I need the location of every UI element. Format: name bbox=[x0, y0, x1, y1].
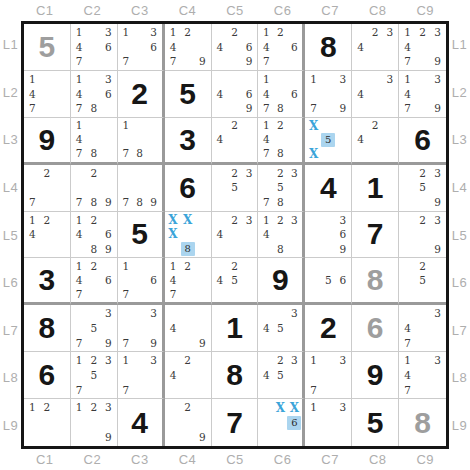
candidate-digit: 1 bbox=[76, 402, 83, 413]
candidate-digit: 4 bbox=[404, 42, 411, 53]
candidate-digit: 4 bbox=[29, 229, 36, 240]
col-label-C1: C1 bbox=[21, 0, 69, 21]
candidate-digit: 4 bbox=[217, 134, 224, 145]
col-label-C3: C3 bbox=[116, 449, 164, 470]
cell-L4C9[interactable]: 2359 bbox=[399, 165, 446, 212]
candidate-digit: 1 bbox=[404, 74, 411, 85]
given-digit: 8 bbox=[24, 305, 70, 351]
candidate-digit: 7 bbox=[310, 385, 317, 396]
row-labels-left: L1L2L3L4L5L6L7L8L9 bbox=[0, 21, 21, 449]
cell-L9C4[interactable]: 29 bbox=[165, 399, 212, 446]
candidate-digit: 5 bbox=[277, 323, 284, 334]
candidate-grid: 345 bbox=[259, 306, 301, 350]
given-digit: 5 bbox=[165, 71, 211, 117]
col-label-C5: C5 bbox=[211, 0, 259, 21]
candidate-grid: 137 bbox=[119, 353, 161, 397]
candidate-digit: 3 bbox=[386, 27, 393, 38]
cell-L7C5[interactable]: 1 bbox=[212, 305, 259, 352]
candidate-digit: 2 bbox=[419, 27, 426, 38]
candidate-digit: 4 bbox=[217, 275, 224, 286]
candidate-grid: 2789 bbox=[72, 166, 116, 210]
candidate-digit: 3 bbox=[386, 74, 393, 85]
cell-L5C1[interactable]: 124 bbox=[24, 212, 71, 259]
candidate-digit: 2 bbox=[90, 402, 97, 413]
candidate-digit: 6 bbox=[105, 275, 112, 286]
given-digit: 9 bbox=[352, 352, 398, 398]
given-digit: 6 bbox=[399, 118, 446, 162]
candidate-grid: 13 bbox=[306, 400, 350, 445]
candidate-digit: 5 bbox=[419, 182, 426, 193]
candidate-digit: 3 bbox=[340, 215, 347, 226]
cell-L1C6[interactable]: 12467 bbox=[258, 24, 305, 71]
cell-L7C2[interactable]: 3579 bbox=[71, 305, 118, 352]
given-digit: 4 bbox=[305, 165, 351, 211]
col-label-C8: C8 bbox=[354, 0, 402, 21]
eliminated-candidate-x-icon: X bbox=[276, 402, 285, 414]
cell-L9C9[interactable]: 8 bbox=[399, 399, 446, 446]
candidate-digit: 3 bbox=[105, 27, 112, 38]
candidate-digit: 6 bbox=[150, 42, 157, 53]
candidate-digit: 6 bbox=[291, 42, 298, 53]
candidate-digit: 1 bbox=[76, 355, 83, 366]
candidate-digit: 2 bbox=[231, 215, 238, 226]
cell-L2C1[interactable]: 147 bbox=[24, 71, 71, 118]
cell-L4C8[interactable]: 1 bbox=[352, 165, 399, 212]
candidate-digit: 8 bbox=[90, 103, 97, 114]
given-digit: 1 bbox=[212, 305, 258, 351]
candidate-digit: 4 bbox=[29, 89, 36, 100]
given-digit: 7 bbox=[352, 212, 398, 258]
candidate-grid: 24 bbox=[353, 119, 397, 161]
candidate-digit: 3 bbox=[150, 27, 157, 38]
candidate-grid: 12 bbox=[25, 400, 69, 445]
given-digit: 2 bbox=[118, 71, 162, 117]
candidate-digit: 5 bbox=[90, 323, 97, 334]
candidate-digit: 4 bbox=[217, 229, 224, 240]
candidate-digit: 3 bbox=[434, 74, 441, 85]
cell-L7C3[interactable]: 379 bbox=[118, 305, 165, 352]
candidate-digit: 6 bbox=[340, 229, 347, 240]
cell-L3C2[interactable]: 1478 bbox=[71, 118, 118, 165]
cell-L4C5[interactable]: 235 bbox=[212, 165, 259, 212]
cell-L2C9[interactable]: 13479 bbox=[399, 71, 446, 118]
cell-L3C6[interactable]: 12478 bbox=[258, 118, 305, 165]
candidate-grid: 27 bbox=[25, 166, 69, 210]
candidate-digit: 9 bbox=[199, 56, 206, 67]
cell-L8C2[interactable]: 12357 bbox=[71, 352, 118, 399]
candidate-grid: 14678 bbox=[259, 72, 301, 116]
candidate-digit: 3 bbox=[105, 308, 112, 319]
candidate-grid: X5X bbox=[306, 119, 350, 161]
given-digit: 6 bbox=[165, 165, 211, 211]
col-label-C9: C9 bbox=[402, 449, 450, 470]
row-label-L4: L4 bbox=[449, 164, 470, 212]
candidate-grid: 147 bbox=[25, 72, 69, 116]
candidate-digit: 7 bbox=[76, 289, 83, 300]
candidate-digit: 1 bbox=[76, 261, 83, 272]
col-label-C2: C2 bbox=[69, 0, 117, 21]
cell-L8C7[interactable]: 137 bbox=[305, 352, 352, 399]
candidate-digit: 1 bbox=[263, 215, 270, 226]
candidate-digit: 4 bbox=[170, 323, 177, 334]
highlighted-candidate: 6 bbox=[287, 416, 301, 430]
candidate-digit: 3 bbox=[246, 168, 253, 179]
col-label-C9: C9 bbox=[402, 0, 450, 21]
candidate-grid: 469 bbox=[213, 72, 257, 116]
candidate-grid: 178 bbox=[119, 119, 161, 161]
candidate-digit: 5 bbox=[277, 370, 284, 381]
cell-L4C6[interactable]: 23578 bbox=[258, 165, 305, 212]
row-label-L8: L8 bbox=[449, 354, 470, 402]
candidate-digit: 7 bbox=[76, 338, 83, 349]
cell-L2C5[interactable]: 469 bbox=[212, 71, 259, 118]
cell-L9C1[interactable]: 12 bbox=[24, 399, 71, 446]
candidate-digit: 7 bbox=[263, 197, 270, 208]
candidate-digit: 4 bbox=[170, 370, 177, 381]
col-label-C6: C6 bbox=[259, 0, 307, 21]
candidate-digit: 2 bbox=[44, 215, 51, 226]
candidate-digit: 3 bbox=[340, 74, 347, 85]
candidate-digit: 2 bbox=[184, 27, 191, 38]
candidate-digit: 1 bbox=[122, 355, 129, 366]
candidate-digit: 1 bbox=[76, 74, 83, 85]
cell-L6C8[interactable]: 8 bbox=[352, 258, 399, 305]
row-label-L1: L1 bbox=[0, 21, 21, 69]
given-digit: 3 bbox=[24, 258, 70, 302]
cell-L2C7[interactable]: 1379 bbox=[305, 71, 352, 118]
candidate-digit: 5 bbox=[419, 275, 426, 286]
given-digit: 8 bbox=[305, 24, 351, 70]
candidate-grid: 1247 bbox=[166, 259, 210, 301]
cell-L6C6[interactable]: 9 bbox=[258, 258, 305, 305]
cell-L5C4[interactable]: XXX8 bbox=[165, 212, 212, 259]
candidate-grid: 1478 bbox=[72, 119, 116, 161]
cell-L8C3[interactable]: 137 bbox=[118, 352, 165, 399]
cell-L8C4[interactable]: 24 bbox=[165, 352, 212, 399]
candidate-digit: 5 bbox=[277, 182, 284, 193]
candidate-digit: 8 bbox=[90, 148, 97, 159]
candidate-grid: 1347 bbox=[400, 353, 445, 397]
col-label-C6: C6 bbox=[259, 449, 307, 470]
row-label-L2: L2 bbox=[0, 69, 21, 117]
candidate-digit: 4 bbox=[263, 323, 270, 334]
cell-L9C2[interactable]: 1239 bbox=[71, 399, 118, 446]
candidate-digit: 2 bbox=[184, 355, 191, 366]
candidate-digit: 4 bbox=[76, 42, 83, 53]
candidate-digit: 3 bbox=[105, 402, 112, 413]
cell-L1C7[interactable]: 8 bbox=[305, 24, 352, 71]
cell-L8C5[interactable]: 8 bbox=[212, 352, 259, 399]
cell-L7C9[interactable]: 347 bbox=[399, 305, 446, 352]
candidate-digit: 7 bbox=[76, 385, 83, 396]
row-label-L3: L3 bbox=[0, 116, 21, 164]
candidate-digit: 7 bbox=[404, 103, 411, 114]
row-label-L8: L8 bbox=[0, 354, 21, 402]
candidate-grid: 239 bbox=[400, 213, 445, 257]
cell-L5C6[interactable]: 12348 bbox=[258, 212, 305, 259]
cell-L1C9[interactable]: 123479 bbox=[399, 24, 446, 71]
cell-L6C9[interactable]: 25 bbox=[399, 258, 446, 305]
cell-L4C1[interactable]: 27 bbox=[24, 165, 71, 212]
candidate-digit: 4 bbox=[76, 229, 83, 240]
candidate-digit: 2 bbox=[277, 27, 284, 38]
candidate-digit: 2 bbox=[44, 168, 51, 179]
cell-L1C4[interactable]: 12479 bbox=[165, 24, 212, 71]
candidate-digit: 4 bbox=[404, 323, 411, 334]
candidate-grid: 137 bbox=[306, 353, 350, 397]
cell-L5C3[interactable]: 5 bbox=[118, 212, 165, 259]
given-digit: 3 bbox=[165, 118, 211, 162]
cell-L5C7[interactable]: 369 bbox=[305, 212, 352, 259]
cell-L4C4[interactable]: 6 bbox=[165, 165, 212, 212]
col-label-C7: C7 bbox=[306, 0, 354, 21]
cell-L4C7[interactable]: 4 bbox=[305, 165, 352, 212]
cell-L2C4[interactable]: 5 bbox=[165, 71, 212, 118]
candidate-digit: 9 bbox=[434, 56, 441, 67]
candidate-digit: 1 bbox=[29, 74, 36, 85]
cell-L1C1[interactable]: 5 bbox=[24, 24, 71, 71]
cell-L8C6[interactable]: 2345 bbox=[258, 352, 305, 399]
candidate-digit: 8 bbox=[277, 197, 284, 208]
candidate-digit: 7 bbox=[263, 56, 270, 67]
candidate-digit: 4 bbox=[357, 134, 364, 145]
cell-L1C8[interactable]: 234 bbox=[352, 24, 399, 71]
candidate-grid: 12467 bbox=[72, 259, 116, 301]
cell-L9C6[interactable]: XX6 bbox=[258, 399, 305, 446]
candidate-grid: 379 bbox=[119, 306, 161, 350]
cell-L9C8[interactable]: 5 bbox=[352, 399, 399, 446]
given-digit: 8 bbox=[212, 352, 258, 398]
candidate-digit: 1 bbox=[310, 355, 317, 366]
given-digit: 7 bbox=[212, 399, 258, 446]
candidate-grid: 24 bbox=[166, 353, 210, 397]
candidate-digit: 9 bbox=[105, 338, 112, 349]
candidate-grid: 12478 bbox=[259, 119, 301, 161]
candidate-grid: 12348 bbox=[259, 213, 301, 257]
candidate-digit: 8 bbox=[90, 244, 97, 255]
cell-L8C9[interactable]: 1347 bbox=[399, 352, 446, 399]
row-label-L5: L5 bbox=[0, 211, 21, 259]
candidate-digit: 4 bbox=[217, 42, 224, 53]
candidate-digit: 8 bbox=[277, 103, 284, 114]
candidate-digit: 2 bbox=[277, 168, 284, 179]
candidate-digit: 3 bbox=[434, 168, 441, 179]
candidate-grid: 1239 bbox=[72, 400, 116, 445]
row-label-L9: L9 bbox=[0, 402, 21, 450]
candidate-grid: 134678 bbox=[72, 72, 116, 116]
col-label-C4: C4 bbox=[164, 0, 212, 21]
eliminated-candidate-x-icon: X bbox=[309, 120, 318, 132]
candidate-digit: 9 bbox=[199, 338, 206, 349]
candidate-digit: 8 bbox=[277, 244, 284, 255]
cell-L3C1[interactable]: 9 bbox=[24, 118, 71, 165]
row-label-L4: L4 bbox=[0, 164, 21, 212]
cell-L6C5[interactable]: 245 bbox=[212, 258, 259, 305]
cell-L3C5[interactable]: 24 bbox=[212, 118, 259, 165]
candidate-digit: 4 bbox=[263, 229, 270, 240]
cell-L1C5[interactable]: 2469 bbox=[212, 24, 259, 71]
candidate-grid: 234 bbox=[213, 213, 257, 257]
cell-L6C3[interactable]: 167 bbox=[118, 258, 165, 305]
candidate-digit: 7 bbox=[122, 197, 129, 208]
row-label-L7: L7 bbox=[0, 306, 21, 354]
candidate-digit: 7 bbox=[404, 385, 411, 396]
candidate-digit: 3 bbox=[246, 215, 253, 226]
candidate-digit: 3 bbox=[340, 355, 347, 366]
candidate-digit: 3 bbox=[291, 168, 298, 179]
candidate-digit: 7 bbox=[263, 148, 270, 159]
candidate-digit: 3 bbox=[150, 308, 157, 319]
cell-L6C7[interactable]: 56 bbox=[305, 258, 352, 305]
candidate-grid: 347 bbox=[400, 306, 445, 350]
candidate-digit: 7 bbox=[263, 103, 270, 114]
candidate-digit: 8 bbox=[277, 148, 284, 159]
solved-digit: 6 bbox=[352, 305, 398, 351]
candidate-digit: 2 bbox=[277, 120, 284, 131]
candidate-digit: 4 bbox=[76, 89, 83, 100]
cell-L2C2[interactable]: 134678 bbox=[71, 71, 118, 118]
candidate-digit: 4 bbox=[263, 134, 270, 145]
candidate-digit: 3 bbox=[291, 355, 298, 366]
candidate-grid: 124689 bbox=[72, 213, 116, 257]
cell-L2C3[interactable]: 2 bbox=[118, 71, 165, 118]
candidate-digit: 2 bbox=[419, 261, 426, 272]
cell-L7C8[interactable]: 6 bbox=[352, 305, 399, 352]
candidate-grid: 12467 bbox=[259, 25, 301, 69]
candidate-digit: 5 bbox=[90, 370, 97, 381]
candidate-digit: 7 bbox=[122, 385, 129, 396]
candidate-digit: 2 bbox=[90, 261, 97, 272]
cell-L5C9[interactable]: 239 bbox=[399, 212, 446, 259]
cell-L9C7[interactable]: 13 bbox=[305, 399, 352, 446]
candidate-digit: 2 bbox=[231, 261, 238, 272]
cell-L2C8[interactable]: 34 bbox=[352, 71, 399, 118]
cell-L5C2[interactable]: 124689 bbox=[71, 212, 118, 259]
cell-L7C1[interactable]: 8 bbox=[24, 305, 71, 352]
cell-L8C8[interactable]: 9 bbox=[352, 352, 399, 399]
cell-L8C1[interactable]: 6 bbox=[24, 352, 71, 399]
candidate-digit: 1 bbox=[29, 402, 36, 413]
cell-L3C8[interactable]: 24 bbox=[352, 118, 399, 165]
cell-L6C1[interactable]: 3 bbox=[24, 258, 71, 305]
candidate-digit: 9 bbox=[105, 197, 112, 208]
candidate-digit: 6 bbox=[105, 229, 112, 240]
candidate-grid: 3579 bbox=[72, 306, 116, 350]
candidate-grid: 2345 bbox=[259, 353, 301, 397]
row-label-L9: L9 bbox=[449, 402, 470, 450]
cell-L1C2[interactable]: 13467 bbox=[71, 24, 118, 71]
cell-L7C4[interactable]: 49 bbox=[165, 305, 212, 352]
eliminated-candidate-x-icon: X bbox=[168, 228, 177, 240]
solved-digit: 8 bbox=[352, 258, 398, 302]
cell-L9C3[interactable]: 4 bbox=[118, 399, 165, 446]
candidate-digit: 9 bbox=[340, 244, 347, 255]
candidate-digit: 9 bbox=[434, 103, 441, 114]
candidate-digit: 2 bbox=[184, 261, 191, 272]
candidate-digit: 2 bbox=[419, 215, 426, 226]
cell-L4C2[interactable]: 2789 bbox=[71, 165, 118, 212]
cell-L2C6[interactable]: 14678 bbox=[258, 71, 305, 118]
candidate-digit: 1 bbox=[310, 74, 317, 85]
candidate-digit: 6 bbox=[340, 275, 347, 286]
cell-L5C8[interactable]: 7 bbox=[352, 212, 399, 259]
candidate-digit: 1 bbox=[122, 27, 129, 38]
cell-L1C3[interactable]: 1367 bbox=[118, 24, 165, 71]
candidate-digit: 1 bbox=[170, 261, 177, 272]
candidate-digit: 8 bbox=[136, 148, 143, 159]
candidate-digit: 2 bbox=[231, 120, 238, 131]
candidate-digit: 4 bbox=[404, 370, 411, 381]
cell-L9C5[interactable]: 7 bbox=[212, 399, 259, 446]
cell-L7C7[interactable]: 2 bbox=[305, 305, 352, 352]
candidate-digit: 3 bbox=[434, 355, 441, 366]
candidate-digit: 7 bbox=[122, 148, 129, 159]
highlighted-candidate: 5 bbox=[321, 133, 335, 147]
cell-L5C5[interactable]: 234 bbox=[212, 212, 259, 259]
candidate-digit: 3 bbox=[105, 74, 112, 85]
cell-L3C7[interactable]: X5X bbox=[305, 118, 352, 165]
candidate-grid: 369 bbox=[306, 213, 350, 257]
candidate-grid: 34 bbox=[353, 72, 397, 116]
given-digit: 9 bbox=[24, 118, 70, 162]
candidate-digit: 9 bbox=[434, 244, 441, 255]
candidate-digit: 6 bbox=[105, 89, 112, 100]
candidate-grid: 235 bbox=[213, 166, 257, 210]
candidate-grid: 25 bbox=[400, 259, 445, 301]
cell-L3C3[interactable]: 178 bbox=[118, 118, 165, 165]
candidate-digit: 7 bbox=[170, 289, 177, 300]
candidate-digit: 9 bbox=[340, 103, 347, 114]
candidate-digit: 1 bbox=[122, 120, 129, 131]
candidate-digit: 3 bbox=[340, 402, 347, 413]
candidate-digit: 9 bbox=[246, 103, 253, 114]
col-label-C5: C5 bbox=[211, 449, 259, 470]
candidate-digit: 4 bbox=[404, 89, 411, 100]
candidate-digit: 1 bbox=[76, 27, 83, 38]
candidate-digit: 7 bbox=[122, 338, 129, 349]
candidate-digit: 2 bbox=[231, 27, 238, 38]
candidate-digit: 7 bbox=[170, 56, 177, 67]
candidate-digit: 1 bbox=[263, 74, 270, 85]
candidate-digit: 5 bbox=[231, 182, 238, 193]
candidate-grid: 789 bbox=[119, 166, 161, 210]
candidate-digit: 5 bbox=[231, 275, 238, 286]
cell-L6C4[interactable]: 1247 bbox=[165, 258, 212, 305]
candidate-grid: 2359 bbox=[400, 166, 445, 210]
cell-L4C3[interactable]: 789 bbox=[118, 165, 165, 212]
candidate-digit: 9 bbox=[150, 338, 157, 349]
candidate-digit: 7 bbox=[122, 56, 129, 67]
candidate-digit: 7 bbox=[76, 103, 83, 114]
row-label-L6: L6 bbox=[449, 259, 470, 307]
col-label-C3: C3 bbox=[116, 0, 164, 21]
candidate-grid: 12357 bbox=[72, 353, 116, 397]
candidate-digit: 3 bbox=[434, 308, 441, 319]
col-label-C7: C7 bbox=[306, 449, 354, 470]
candidate-grid: 13467 bbox=[72, 25, 116, 69]
candidate-grid: 123479 bbox=[400, 25, 445, 69]
col-label-C1: C1 bbox=[21, 449, 69, 470]
cell-L7C6[interactable]: 345 bbox=[258, 305, 305, 352]
cell-L3C4[interactable]: 3 bbox=[165, 118, 212, 165]
candidate-grid: 24 bbox=[213, 119, 257, 161]
cell-L3C9[interactable]: 6 bbox=[399, 118, 446, 165]
row-label-L7: L7 bbox=[449, 306, 470, 354]
cell-L6C2[interactable]: 12467 bbox=[71, 258, 118, 305]
candidate-grid: 124 bbox=[25, 213, 69, 257]
candidate-digit: 3 bbox=[434, 215, 441, 226]
solved-digit: 8 bbox=[399, 399, 446, 446]
